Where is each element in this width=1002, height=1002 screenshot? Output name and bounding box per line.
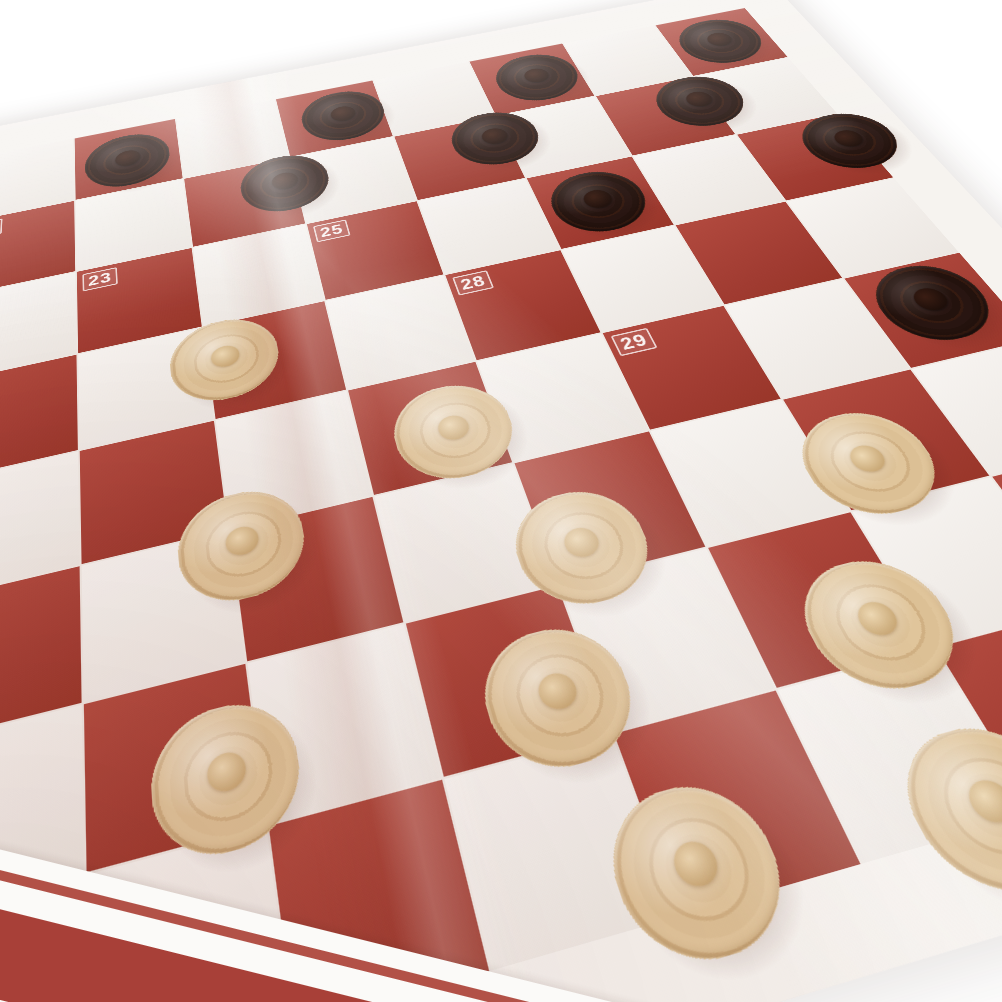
square-c6[interactable] [230, 497, 403, 661]
square-d7[interactable] [406, 586, 611, 777]
square-d8[interactable] [444, 734, 678, 970]
square-g8[interactable] [936, 607, 1002, 813]
square-a6[interactable] [0, 566, 82, 744]
square-c5[interactable] [216, 391, 372, 529]
board-perspective-wrapper: 2123252829 [0, 0, 967, 780]
square-b6[interactable] [82, 531, 245, 702]
scene: 2123252829 [0, 0, 967, 780]
square-f8[interactable] [778, 648, 1002, 863]
square-e8[interactable] [614, 691, 861, 917]
square-number-b3: 23 [82, 267, 117, 291]
square-h6[interactable] [912, 340, 1002, 475]
square-number-d3: 25 [313, 219, 350, 242]
square-b5[interactable] [80, 421, 228, 564]
square-f6[interactable] [651, 400, 850, 546]
square-h7[interactable] [992, 443, 1002, 605]
square-b7[interactable] [84, 664, 266, 872]
square-number-e4: 28 [452, 270, 494, 295]
checkers-mat: 2123252829 [0, 0, 1002, 1002]
square-g7[interactable] [852, 477, 1002, 645]
square-e6[interactable] [515, 431, 706, 583]
square-f7[interactable] [708, 512, 933, 688]
square-number-f5: 29 [611, 328, 658, 356]
square-a5[interactable] [0, 451, 80, 600]
square-number-a2: 21 [0, 218, 2, 240]
square-c7[interactable] [247, 624, 441, 823]
square-a4[interactable] [0, 355, 78, 481]
checkers-photo-scene: 2123252829 [0, 0, 1002, 1002]
square-g6[interactable] [783, 370, 989, 511]
square-d6[interactable] [374, 464, 556, 622]
square-e7[interactable] [559, 548, 774, 731]
